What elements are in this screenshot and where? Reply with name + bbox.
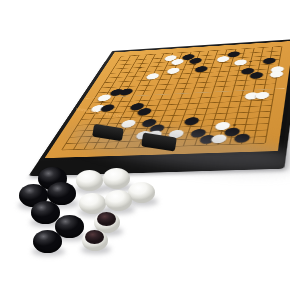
white-stone: ● [216,56,231,61]
board-cell: ● [264,58,275,63]
black-stone: ● [183,117,201,124]
white-stone: ● [233,59,248,64]
board-cell: ● [257,92,269,98]
board-cell: ● [138,108,151,114]
board-cell: ● [122,120,135,126]
board-cell: ● [251,72,262,77]
tray-stone-white [128,182,155,203]
tray-stone-white [105,190,132,211]
tray-stone-black [31,201,60,224]
board-cell: ● [186,117,199,123]
black-stone: ● [262,57,277,62]
board-cell: ● [218,56,229,61]
board-cell: ● [190,58,201,63]
tray-stone-white [103,168,130,189]
stone-dark-top [85,230,104,244]
white-stone: ● [170,59,185,64]
board-cell: ● [196,66,207,71]
white-stone: ● [145,73,161,78]
stone-dark-top [97,212,116,226]
black-stone: ● [188,58,203,63]
board-cell: ● [168,68,179,73]
board-cell: ● [121,88,133,93]
black-stone: ● [136,108,154,114]
white-stone: ● [120,120,138,127]
board-cell: ● [271,71,282,76]
tray-stone-black [33,230,62,253]
black-stone: ● [194,66,210,71]
tray-stone-white [79,193,106,214]
product-photo-go-set: ●●●●●●●●●●●●●●●●●●●●●●●●●●●●●●●●●●●●● ww… [0,0,290,290]
tray-stone-white [76,170,103,191]
board-cell: ● [147,73,159,78]
board-cell: ● [102,104,115,110]
board-cell: ● [172,59,183,64]
board-cell: ● [235,59,246,64]
white-stone: ● [254,92,271,98]
black-stone: ● [249,72,265,78]
white-stone: ● [166,67,182,72]
tray-stone-white-dark-top [82,230,108,251]
white-stone: ● [269,71,285,77]
board-cell: ● [99,94,112,100]
